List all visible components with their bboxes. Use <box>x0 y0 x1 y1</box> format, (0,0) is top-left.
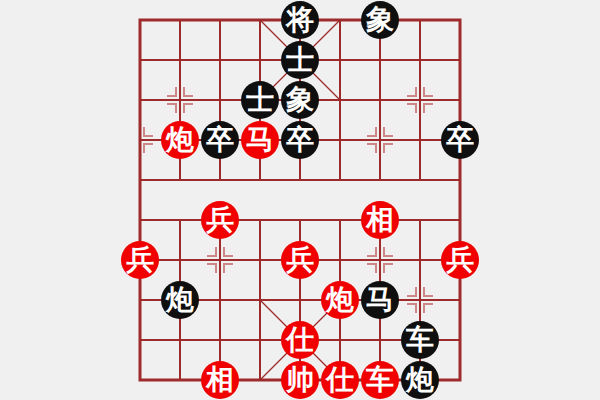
piece-red-soldier[interactable]: 兵 <box>281 241 319 279</box>
piece-red-soldier[interactable]: 兵 <box>121 241 159 279</box>
xiangqi-board: 将象士士象炮卒马卒卒兵相兵兵兵炮炮马仕车相帅仕车炮 <box>120 0 480 400</box>
piece-black-soldier[interactable]: 卒 <box>201 121 239 159</box>
piece-red-soldier[interactable]: 兵 <box>441 241 479 279</box>
piece-red-elephant[interactable]: 相 <box>201 361 239 399</box>
piece-black-general[interactable]: 将 <box>281 1 319 39</box>
piece-black-cannon[interactable]: 炮 <box>401 361 439 399</box>
piece-red-horse[interactable]: 马 <box>241 121 279 159</box>
piece-black-elephant[interactable]: 象 <box>361 1 399 39</box>
piece-black-cannon[interactable]: 炮 <box>161 281 199 319</box>
piece-red-general[interactable]: 帅 <box>281 361 319 399</box>
piece-red-chariot[interactable]: 车 <box>361 361 399 399</box>
pieces-layer: 将象士士象炮卒马卒卒兵相兵兵兵炮炮马仕车相帅仕车炮 <box>120 0 480 400</box>
piece-red-advisor[interactable]: 仕 <box>281 321 319 359</box>
piece-black-elephant[interactable]: 象 <box>281 81 319 119</box>
xiangqi-app: { "game": "xiangqi", "position": "4k1b2/… <box>0 0 600 400</box>
piece-black-chariot[interactable]: 车 <box>401 321 439 359</box>
piece-red-cannon[interactable]: 炮 <box>161 121 199 159</box>
piece-black-horse[interactable]: 马 <box>361 281 399 319</box>
piece-red-elephant[interactable]: 相 <box>361 201 399 239</box>
piece-black-advisor[interactable]: 士 <box>281 41 319 79</box>
piece-black-soldier[interactable]: 卒 <box>441 121 479 159</box>
piece-black-soldier[interactable]: 卒 <box>281 121 319 159</box>
piece-red-advisor[interactable]: 仕 <box>321 361 359 399</box>
piece-red-soldier[interactable]: 兵 <box>201 201 239 239</box>
piece-black-advisor[interactable]: 士 <box>241 81 279 119</box>
piece-red-cannon[interactable]: 炮 <box>321 281 359 319</box>
